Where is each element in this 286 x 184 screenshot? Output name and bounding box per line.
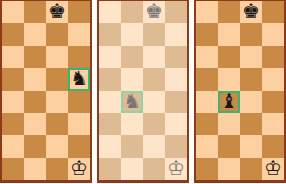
square-a4[interactable] bbox=[99, 91, 121, 113]
board-1-grid: ♚♞♔ bbox=[2, 1, 90, 180]
square-b1[interactable] bbox=[24, 158, 46, 180]
white-king-piece: ♔ bbox=[70, 158, 88, 178]
square-d2[interactable] bbox=[165, 135, 187, 157]
black-king-piece: ♚ bbox=[145, 1, 163, 21]
square-d6[interactable] bbox=[262, 46, 284, 68]
square-c7[interactable] bbox=[240, 23, 262, 45]
square-c8[interactable]: ♚ bbox=[143, 1, 165, 23]
square-d4[interactable] bbox=[68, 91, 90, 113]
square-b4[interactable] bbox=[24, 91, 46, 113]
square-c2[interactable] bbox=[46, 135, 68, 157]
square-c8[interactable]: ♚ bbox=[46, 1, 68, 23]
square-b8[interactable] bbox=[218, 1, 240, 23]
square-d7[interactable] bbox=[262, 23, 284, 45]
square-d1[interactable]: ♔ bbox=[262, 158, 284, 180]
square-a5[interactable] bbox=[99, 68, 121, 90]
square-c4[interactable] bbox=[143, 91, 165, 113]
square-c5[interactable] bbox=[240, 68, 262, 90]
square-b2[interactable] bbox=[121, 135, 143, 157]
square-a2[interactable] bbox=[196, 135, 218, 157]
square-b8[interactable] bbox=[24, 1, 46, 23]
square-c3[interactable] bbox=[143, 113, 165, 135]
square-a7[interactable] bbox=[2, 23, 24, 45]
square-d5[interactable]: ♞ bbox=[68, 68, 90, 90]
square-b5[interactable] bbox=[24, 68, 46, 90]
square-a7[interactable] bbox=[99, 23, 121, 45]
square-a6[interactable] bbox=[2, 46, 24, 68]
square-d4[interactable] bbox=[262, 91, 284, 113]
square-d2[interactable] bbox=[68, 135, 90, 157]
square-a4[interactable] bbox=[196, 91, 218, 113]
square-c6[interactable] bbox=[46, 46, 68, 68]
square-b4[interactable]: ♝ bbox=[218, 91, 240, 113]
square-a5[interactable] bbox=[196, 68, 218, 90]
board-2-grid: ♚♞♔ bbox=[99, 1, 187, 180]
square-a4[interactable] bbox=[2, 91, 24, 113]
square-b6[interactable] bbox=[121, 46, 143, 68]
square-c5[interactable] bbox=[143, 68, 165, 90]
square-b8[interactable] bbox=[121, 1, 143, 23]
square-b3[interactable] bbox=[24, 113, 46, 135]
square-a6[interactable] bbox=[196, 46, 218, 68]
square-c4[interactable] bbox=[46, 91, 68, 113]
square-d2[interactable] bbox=[262, 135, 284, 157]
square-d3[interactable] bbox=[165, 113, 187, 135]
square-d5[interactable] bbox=[262, 68, 284, 90]
square-a7[interactable] bbox=[196, 23, 218, 45]
square-a1[interactable] bbox=[2, 158, 24, 180]
square-a6[interactable] bbox=[99, 46, 121, 68]
square-d5[interactable] bbox=[165, 68, 187, 90]
square-b6[interactable] bbox=[218, 46, 240, 68]
square-d3[interactable] bbox=[262, 113, 284, 135]
square-b5[interactable] bbox=[121, 68, 143, 90]
square-b6[interactable] bbox=[24, 46, 46, 68]
square-c5[interactable] bbox=[46, 68, 68, 90]
square-a8[interactable] bbox=[99, 1, 121, 23]
black-knight-piece: ♞ bbox=[123, 91, 141, 111]
square-b2[interactable] bbox=[24, 135, 46, 157]
square-a8[interactable] bbox=[2, 1, 24, 23]
square-a2[interactable] bbox=[2, 135, 24, 157]
square-b4[interactable]: ♞ bbox=[121, 91, 143, 113]
square-d6[interactable] bbox=[68, 46, 90, 68]
square-b1[interactable] bbox=[121, 158, 143, 180]
square-b5[interactable] bbox=[218, 68, 240, 90]
square-d8[interactable] bbox=[165, 1, 187, 23]
chess-boards-strip: ♚♞♔ ♚♞♔ ♚♝♔ bbox=[0, 0, 286, 184]
square-b1[interactable] bbox=[218, 158, 240, 180]
square-a1[interactable] bbox=[99, 158, 121, 180]
square-b7[interactable] bbox=[121, 23, 143, 45]
square-c1[interactable] bbox=[240, 158, 262, 180]
square-a8[interactable] bbox=[196, 1, 218, 23]
square-b7[interactable] bbox=[218, 23, 240, 45]
board-1[interactable]: ♚♞♔ bbox=[0, 0, 92, 183]
board-2[interactable]: ♚♞♔ bbox=[97, 0, 189, 183]
square-c3[interactable] bbox=[46, 113, 68, 135]
square-b3[interactable] bbox=[121, 113, 143, 135]
square-c6[interactable] bbox=[143, 46, 165, 68]
square-c6[interactable] bbox=[240, 46, 262, 68]
square-d6[interactable] bbox=[165, 46, 187, 68]
square-a2[interactable] bbox=[99, 135, 121, 157]
square-a3[interactable] bbox=[99, 113, 121, 135]
square-d7[interactable] bbox=[68, 23, 90, 45]
square-d8[interactable] bbox=[262, 1, 284, 23]
square-a1[interactable] bbox=[196, 158, 218, 180]
square-a3[interactable] bbox=[196, 113, 218, 135]
square-c7[interactable] bbox=[143, 23, 165, 45]
square-d1[interactable]: ♔ bbox=[68, 158, 90, 180]
square-c1[interactable] bbox=[143, 158, 165, 180]
square-d4[interactable] bbox=[165, 91, 187, 113]
square-d3[interactable] bbox=[68, 113, 90, 135]
board-3[interactable]: ♚♝♔ bbox=[194, 0, 286, 183]
black-king-piece: ♚ bbox=[48, 1, 66, 21]
square-c8[interactable]: ♚ bbox=[240, 1, 262, 23]
square-c1[interactable] bbox=[46, 158, 68, 180]
square-b7[interactable] bbox=[24, 23, 46, 45]
black-bishop-piece: ♝ bbox=[220, 91, 238, 111]
black-king-piece: ♚ bbox=[242, 1, 260, 21]
square-a3[interactable] bbox=[2, 113, 24, 135]
board-3-grid: ♚♝♔ bbox=[196, 1, 284, 180]
square-c7[interactable] bbox=[46, 23, 68, 45]
white-king-piece: ♔ bbox=[167, 158, 185, 178]
white-king-piece: ♔ bbox=[264, 158, 282, 178]
square-d1[interactable]: ♔ bbox=[165, 158, 187, 180]
square-c2[interactable] bbox=[240, 135, 262, 157]
square-b3[interactable] bbox=[218, 113, 240, 135]
black-knight-piece: ♞ bbox=[70, 68, 88, 88]
square-b2[interactable] bbox=[218, 135, 240, 157]
square-d7[interactable] bbox=[165, 23, 187, 45]
square-c3[interactable] bbox=[240, 113, 262, 135]
square-d8[interactable] bbox=[68, 1, 90, 23]
square-c2[interactable] bbox=[143, 135, 165, 157]
square-c4[interactable] bbox=[240, 91, 262, 113]
square-a5[interactable] bbox=[2, 68, 24, 90]
